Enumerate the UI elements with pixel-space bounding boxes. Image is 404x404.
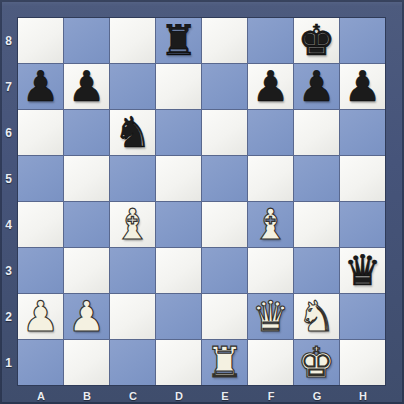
square-d5[interactable]	[156, 156, 201, 201]
square-h1[interactable]	[340, 340, 385, 385]
square-d3[interactable]	[156, 248, 201, 293]
square-f5[interactable]	[248, 156, 293, 201]
black-pawn[interactable]: ♟	[252, 64, 290, 109]
square-h4[interactable]	[340, 202, 385, 247]
black-pawn[interactable]: ♟	[68, 64, 106, 109]
square-f3[interactable]	[248, 248, 293, 293]
white-rook[interactable]: ♜	[206, 340, 244, 385]
square-b4[interactable]	[64, 202, 109, 247]
rank-label-2: 2	[0, 294, 17, 340]
square-g6[interactable]	[294, 110, 339, 155]
square-c2[interactable]	[110, 294, 155, 339]
square-e5[interactable]	[202, 156, 247, 201]
black-pawn[interactable]: ♟	[298, 64, 336, 109]
square-h8[interactable]	[340, 18, 385, 63]
square-a5[interactable]	[18, 156, 63, 201]
square-d4[interactable]	[156, 202, 201, 247]
square-h6[interactable]	[340, 110, 385, 155]
file-label-f: F	[248, 387, 294, 404]
square-a4[interactable]	[18, 202, 63, 247]
white-pawn[interactable]: ♟	[22, 294, 60, 339]
rank-label-6: 6	[0, 110, 17, 156]
square-g7[interactable]: ♟	[294, 64, 339, 109]
square-f2[interactable]: ♛	[248, 294, 293, 339]
square-b2[interactable]: ♟	[64, 294, 109, 339]
square-h2[interactable]	[340, 294, 385, 339]
white-queen[interactable]: ♛	[252, 294, 290, 339]
white-pawn[interactable]: ♟	[68, 294, 106, 339]
rank-label-8: 8	[0, 18, 17, 64]
square-e7[interactable]	[202, 64, 247, 109]
square-h5[interactable]	[340, 156, 385, 201]
white-king[interactable]: ♚	[298, 340, 336, 385]
square-c6[interactable]: ♞	[110, 110, 155, 155]
rank-label-5: 5	[0, 156, 17, 202]
black-pawn[interactable]: ♟	[22, 64, 60, 109]
chess-board: ♜♚♟♟♟♟♟♞♝♝♛♟♟♛♞♜♚	[17, 17, 386, 386]
square-h3[interactable]: ♛	[340, 248, 385, 293]
square-f8[interactable]	[248, 18, 293, 63]
square-e6[interactable]	[202, 110, 247, 155]
square-h7[interactable]: ♟	[340, 64, 385, 109]
square-c7[interactable]	[110, 64, 155, 109]
black-rook[interactable]: ♜	[160, 18, 198, 63]
square-a8[interactable]	[18, 18, 63, 63]
file-label-b: B	[64, 387, 110, 404]
square-e2[interactable]	[202, 294, 247, 339]
square-b1[interactable]	[64, 340, 109, 385]
square-d7[interactable]	[156, 64, 201, 109]
file-label-e: E	[202, 387, 248, 404]
file-label-c: C	[110, 387, 156, 404]
square-a2[interactable]: ♟	[18, 294, 63, 339]
black-king[interactable]: ♚	[298, 18, 336, 63]
square-d6[interactable]	[156, 110, 201, 155]
square-b8[interactable]	[64, 18, 109, 63]
rank-label-4: 4	[0, 202, 17, 248]
rank-labels: 8 7 6 5 4 3 2 1	[0, 18, 17, 386]
square-a3[interactable]	[18, 248, 63, 293]
square-g3[interactable]	[294, 248, 339, 293]
white-knight[interactable]: ♞	[298, 294, 336, 339]
square-f6[interactable]	[248, 110, 293, 155]
square-e3[interactable]	[202, 248, 247, 293]
white-bishop[interactable]: ♝	[252, 202, 290, 247]
file-label-h: H	[340, 387, 386, 404]
square-d8[interactable]: ♜	[156, 18, 201, 63]
square-e8[interactable]	[202, 18, 247, 63]
square-a7[interactable]: ♟	[18, 64, 63, 109]
square-c3[interactable]	[110, 248, 155, 293]
square-b3[interactable]	[64, 248, 109, 293]
square-b7[interactable]: ♟	[64, 64, 109, 109]
file-label-a: A	[18, 387, 64, 404]
square-c1[interactable]	[110, 340, 155, 385]
square-f4[interactable]: ♝	[248, 202, 293, 247]
black-pawn[interactable]: ♟	[344, 64, 382, 109]
white-bishop[interactable]: ♝	[114, 202, 152, 247]
square-c4[interactable]: ♝	[110, 202, 155, 247]
file-label-d: D	[156, 387, 202, 404]
rank-label-1: 1	[0, 340, 17, 386]
rank-label-3: 3	[0, 248, 17, 294]
square-e1[interactable]: ♜	[202, 340, 247, 385]
square-g5[interactable]	[294, 156, 339, 201]
square-g8[interactable]: ♚	[294, 18, 339, 63]
square-a1[interactable]	[18, 340, 63, 385]
rank-label-7: 7	[0, 64, 17, 110]
square-f1[interactable]	[248, 340, 293, 385]
square-b5[interactable]	[64, 156, 109, 201]
black-queen[interactable]: ♛	[344, 248, 382, 293]
square-e4[interactable]	[202, 202, 247, 247]
square-a6[interactable]	[18, 110, 63, 155]
file-labels: A B C D E F G H	[18, 387, 386, 404]
square-c8[interactable]	[110, 18, 155, 63]
square-g2[interactable]: ♞	[294, 294, 339, 339]
square-b6[interactable]	[64, 110, 109, 155]
square-d2[interactable]	[156, 294, 201, 339]
chess-board-panel: 8 7 6 5 4 3 2 1 ♜♚♟♟♟♟♟♞♝♝♛♟♟♛♞♜♚ A B C …	[0, 0, 404, 404]
square-d1[interactable]	[156, 340, 201, 385]
black-knight[interactable]: ♞	[114, 110, 152, 155]
file-label-g: G	[294, 387, 340, 404]
square-g4[interactable]	[294, 202, 339, 247]
square-f7[interactable]: ♟	[248, 64, 293, 109]
square-g1[interactable]: ♚	[294, 340, 339, 385]
square-c5[interactable]	[110, 156, 155, 201]
